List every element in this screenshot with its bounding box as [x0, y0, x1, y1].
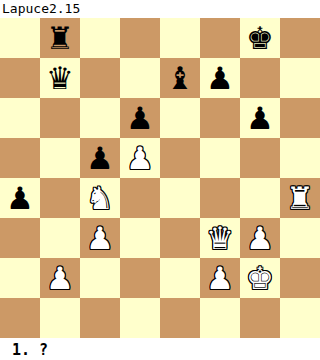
square-c8[interactable] [80, 18, 120, 58]
square-b6[interactable] [40, 98, 80, 138]
square-d3[interactable] [120, 218, 160, 258]
square-h5[interactable] [280, 138, 320, 178]
square-g6[interactable]: ♟ [240, 98, 280, 138]
square-b2[interactable]: ♟ [40, 258, 80, 298]
piece-wP-f2[interactable]: ♟ [206, 258, 234, 298]
piece-wN-c4[interactable]: ♞ [86, 178, 114, 218]
square-f2[interactable]: ♟ [200, 258, 240, 298]
square-e3[interactable] [160, 218, 200, 258]
app-title: Lapuce2.15 [2, 1, 80, 17]
square-c2[interactable] [80, 258, 120, 298]
square-h6[interactable] [280, 98, 320, 138]
square-b7[interactable]: ♛ [40, 58, 80, 98]
piece-wR-h4[interactable]: ♜ [286, 178, 314, 218]
piece-bP-d6[interactable]: ♟ [126, 98, 154, 138]
square-c6[interactable] [80, 98, 120, 138]
square-e6[interactable] [160, 98, 200, 138]
square-f3[interactable]: ♛ [200, 218, 240, 258]
square-g5[interactable] [240, 138, 280, 178]
square-e1[interactable] [160, 298, 200, 338]
square-g3[interactable]: ♟ [240, 218, 280, 258]
piece-bQ-b7[interactable]: ♛ [46, 58, 74, 98]
square-e7[interactable]: ♝ [160, 58, 200, 98]
square-a2[interactable] [0, 258, 40, 298]
square-e4[interactable] [160, 178, 200, 218]
square-h2[interactable] [280, 258, 320, 298]
square-g8[interactable]: ♚ [240, 18, 280, 58]
square-c4[interactable]: ♞ [80, 178, 120, 218]
square-d1[interactable] [120, 298, 160, 338]
piece-wQ-f3[interactable]: ♛ [206, 218, 234, 258]
chess-board: ♜♚♛♝♟♟♟♟♟♟♞♜♟♛♟♟♟♚ [0, 18, 320, 338]
square-f4[interactable] [200, 178, 240, 218]
square-d4[interactable] [120, 178, 160, 218]
square-d8[interactable] [120, 18, 160, 58]
square-b8[interactable]: ♜ [40, 18, 80, 58]
piece-bR-b8[interactable]: ♜ [46, 18, 74, 58]
square-a6[interactable] [0, 98, 40, 138]
move-prompt: 1. ? [12, 341, 48, 359]
piece-bP-a4[interactable]: ♟ [6, 178, 34, 218]
square-f5[interactable] [200, 138, 240, 178]
square-f7[interactable]: ♟ [200, 58, 240, 98]
square-g1[interactable] [240, 298, 280, 338]
square-h4[interactable]: ♜ [280, 178, 320, 218]
square-a7[interactable] [0, 58, 40, 98]
piece-wP-b2[interactable]: ♟ [46, 258, 74, 298]
square-b3[interactable] [40, 218, 80, 258]
square-d5[interactable]: ♟ [120, 138, 160, 178]
piece-wP-d5[interactable]: ♟ [126, 138, 154, 178]
square-h7[interactable] [280, 58, 320, 98]
square-f8[interactable] [200, 18, 240, 58]
square-d2[interactable] [120, 258, 160, 298]
square-c7[interactable] [80, 58, 120, 98]
piece-bB-e7[interactable]: ♝ [166, 58, 194, 98]
square-e5[interactable] [160, 138, 200, 178]
piece-bP-f7[interactable]: ♟ [206, 58, 234, 98]
square-h1[interactable] [280, 298, 320, 338]
piece-wK-g2[interactable]: ♚ [246, 258, 274, 298]
square-a3[interactable] [0, 218, 40, 258]
piece-wP-c3[interactable]: ♟ [86, 218, 114, 258]
piece-bK-g8[interactable]: ♚ [246, 18, 274, 58]
square-a8[interactable] [0, 18, 40, 58]
piece-wP-g3[interactable]: ♟ [246, 218, 274, 258]
square-d7[interactable] [120, 58, 160, 98]
square-c1[interactable] [80, 298, 120, 338]
square-c5[interactable]: ♟ [80, 138, 120, 178]
square-f6[interactable] [200, 98, 240, 138]
square-b1[interactable] [40, 298, 80, 338]
square-h3[interactable] [280, 218, 320, 258]
square-b5[interactable] [40, 138, 80, 178]
piece-bP-g6[interactable]: ♟ [246, 98, 274, 138]
square-a1[interactable] [0, 298, 40, 338]
piece-bP-c5[interactable]: ♟ [86, 138, 114, 178]
square-e2[interactable] [160, 258, 200, 298]
square-a4[interactable]: ♟ [0, 178, 40, 218]
square-g4[interactable] [240, 178, 280, 218]
square-g2[interactable]: ♚ [240, 258, 280, 298]
square-e8[interactable] [160, 18, 200, 58]
square-g7[interactable] [240, 58, 280, 98]
square-d6[interactable]: ♟ [120, 98, 160, 138]
square-h8[interactable] [280, 18, 320, 58]
square-f1[interactable] [200, 298, 240, 338]
square-b4[interactable] [40, 178, 80, 218]
square-c3[interactable]: ♟ [80, 218, 120, 258]
square-a5[interactable] [0, 138, 40, 178]
